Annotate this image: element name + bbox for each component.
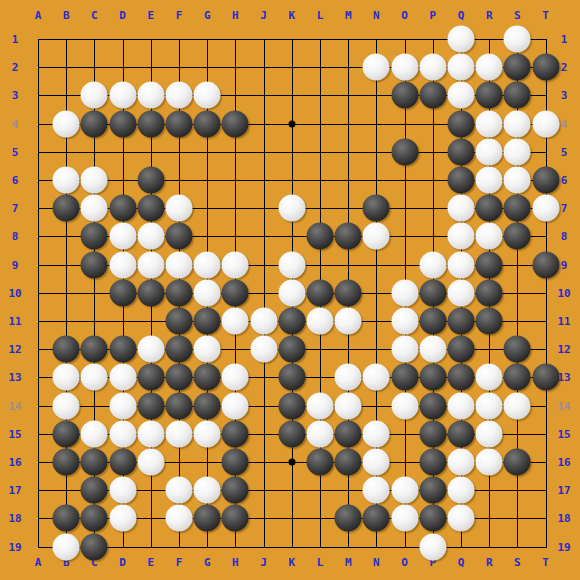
black-stone-T9[interactable] xyxy=(532,251,559,278)
white-stone-O11[interactable] xyxy=(391,308,418,335)
black-stone-C18[interactable] xyxy=(81,505,108,532)
white-stone-F17[interactable] xyxy=(166,477,193,504)
white-stone-R5[interactable] xyxy=(476,138,503,165)
black-stone-K14[interactable] xyxy=(278,392,305,419)
white-stone-E3[interactable] xyxy=(137,82,164,109)
coord-label-row-right: 9 xyxy=(561,259,568,270)
coord-label-row-right: 3 xyxy=(561,90,568,101)
black-stone-B12[interactable] xyxy=(53,336,80,363)
grid-vline xyxy=(264,39,265,548)
coord-label-row-right: 11 xyxy=(557,316,570,327)
white-stone-Q1[interactable] xyxy=(448,26,475,53)
black-stone-F8[interactable] xyxy=(166,223,193,250)
black-stone-G13[interactable] xyxy=(194,364,221,391)
white-stone-G10[interactable] xyxy=(194,279,221,306)
white-stone-E15[interactable] xyxy=(137,420,164,447)
coord-label-col-bottom: O xyxy=(401,557,408,568)
black-stone-L10[interactable] xyxy=(307,279,334,306)
black-stone-K12[interactable] xyxy=(278,336,305,363)
black-stone-M10[interactable] xyxy=(335,279,362,306)
coord-label-row-right: 17 xyxy=(557,485,570,496)
black-stone-C17[interactable] xyxy=(81,477,108,504)
coord-label-row-left: 10 xyxy=(8,287,21,298)
white-stone-O14[interactable] xyxy=(391,392,418,419)
black-stone-C12[interactable] xyxy=(81,336,108,363)
white-stone-Q17[interactable] xyxy=(448,477,475,504)
coord-label-row-right: 6 xyxy=(561,175,568,186)
black-stone-Q12[interactable] xyxy=(448,336,475,363)
black-stone-S3[interactable] xyxy=(504,82,531,109)
white-stone-T4[interactable] xyxy=(532,110,559,137)
black-stone-Q5[interactable] xyxy=(448,138,475,165)
black-stone-T6[interactable] xyxy=(532,167,559,194)
coord-label-row-right: 7 xyxy=(561,203,568,214)
coord-label-col-top: G xyxy=(204,10,211,21)
white-stone-C13[interactable] xyxy=(81,364,108,391)
coord-label-row-left: 14 xyxy=(8,400,21,411)
white-stone-D17[interactable] xyxy=(109,477,136,504)
white-stone-S5[interactable] xyxy=(504,138,531,165)
coord-label-row-right: 13 xyxy=(557,372,570,383)
white-stone-G9[interactable] xyxy=(194,251,221,278)
white-stone-N15[interactable] xyxy=(363,420,390,447)
white-stone-H11[interactable] xyxy=(222,308,249,335)
black-stone-L16[interactable] xyxy=(307,449,334,476)
black-stone-O5[interactable] xyxy=(391,138,418,165)
coord-label-row-left: 16 xyxy=(8,457,21,468)
white-stone-K9[interactable] xyxy=(278,251,305,278)
black-stone-P10[interactable] xyxy=(419,279,446,306)
coord-label-col-top: L xyxy=(317,10,324,21)
coord-label-row-left: 2 xyxy=(12,62,19,73)
white-stone-Q7[interactable] xyxy=(448,195,475,222)
coord-label-col-top: P xyxy=(429,10,436,21)
white-stone-G17[interactable] xyxy=(194,477,221,504)
coord-label-row-left: 15 xyxy=(8,428,21,439)
coord-label-row-right: 12 xyxy=(557,344,570,355)
coord-label-row-left: 3 xyxy=(12,90,19,101)
white-stone-Q9[interactable] xyxy=(448,251,475,278)
white-stone-Q3[interactable] xyxy=(448,82,475,109)
white-stone-M13[interactable] xyxy=(335,364,362,391)
white-stone-J12[interactable] xyxy=(250,336,277,363)
coord-label-row-left: 12 xyxy=(8,344,21,355)
coord-label-col-bottom: M xyxy=(345,557,352,568)
black-stone-F4[interactable] xyxy=(166,110,193,137)
black-stone-O13[interactable] xyxy=(391,364,418,391)
white-stone-R14[interactable] xyxy=(476,392,503,419)
white-stone-Q2[interactable] xyxy=(448,54,475,81)
black-stone-F11[interactable] xyxy=(166,308,193,335)
black-stone-F14[interactable] xyxy=(166,392,193,419)
black-stone-H16[interactable] xyxy=(222,449,249,476)
white-stone-C3[interactable] xyxy=(81,82,108,109)
white-stone-O12[interactable] xyxy=(391,336,418,363)
black-stone-Q15[interactable] xyxy=(448,420,475,447)
coord-label-row-left: 5 xyxy=(12,146,19,157)
black-stone-P11[interactable] xyxy=(419,308,446,335)
black-stone-P3[interactable] xyxy=(419,82,446,109)
go-board[interactable]: AABBCCDDEEFFGGHHJJKKLLMMNNOOPPQQRRSSTT11… xyxy=(0,0,580,580)
coord-label-col-top: K xyxy=(288,10,295,21)
white-stone-R4[interactable] xyxy=(476,110,503,137)
white-stone-G15[interactable] xyxy=(194,420,221,447)
white-stone-S4[interactable] xyxy=(504,110,531,137)
white-stone-D14[interactable] xyxy=(109,392,136,419)
white-stone-P19[interactable] xyxy=(419,533,446,560)
white-stone-P2[interactable] xyxy=(419,54,446,81)
coord-label-row-right: 18 xyxy=(557,513,570,524)
coord-label-col-bottom: Q xyxy=(458,557,465,568)
black-stone-K11[interactable] xyxy=(278,308,305,335)
white-stone-M11[interactable] xyxy=(335,308,362,335)
grid-vline xyxy=(38,39,39,548)
black-stone-P17[interactable] xyxy=(419,477,446,504)
black-stone-B7[interactable] xyxy=(53,195,80,222)
white-stone-L11[interactable] xyxy=(307,308,334,335)
coord-label-col-top: J xyxy=(260,10,267,21)
white-stone-N13[interactable] xyxy=(363,364,390,391)
coord-label-row-right: 5 xyxy=(561,146,568,157)
white-stone-N17[interactable] xyxy=(363,477,390,504)
coord-label-row-left: 17 xyxy=(8,485,21,496)
black-stone-M16[interactable] xyxy=(335,449,362,476)
black-stone-Q4[interactable] xyxy=(448,110,475,137)
black-stone-F10[interactable] xyxy=(166,279,193,306)
coord-label-col-top: B xyxy=(63,10,70,21)
white-stone-L15[interactable] xyxy=(307,420,334,447)
coord-label-row-left: 19 xyxy=(8,541,21,552)
black-stone-S8[interactable] xyxy=(504,223,531,250)
white-stone-B14[interactable] xyxy=(53,392,80,419)
black-stone-C8[interactable] xyxy=(81,223,108,250)
white-stone-B6[interactable] xyxy=(53,167,80,194)
black-stone-E4[interactable] xyxy=(137,110,164,137)
coord-label-col-bottom: L xyxy=(317,557,324,568)
white-stone-C7[interactable] xyxy=(81,195,108,222)
coord-label-row-right: 4 xyxy=(561,118,568,129)
black-stone-D16[interactable] xyxy=(109,449,136,476)
black-stone-P16[interactable] xyxy=(419,449,446,476)
black-stone-S7[interactable] xyxy=(504,195,531,222)
white-stone-C6[interactable] xyxy=(81,167,108,194)
white-stone-K10[interactable] xyxy=(278,279,305,306)
black-stone-E14[interactable] xyxy=(137,392,164,419)
black-stone-H10[interactable] xyxy=(222,279,249,306)
coord-label-row-right: 14 xyxy=(557,400,570,411)
white-stone-N2[interactable] xyxy=(363,54,390,81)
black-stone-O3[interactable] xyxy=(391,82,418,109)
white-stone-Q10[interactable] xyxy=(448,279,475,306)
white-stone-E12[interactable] xyxy=(137,336,164,363)
black-stone-D10[interactable] xyxy=(109,279,136,306)
black-stone-R7[interactable] xyxy=(476,195,503,222)
white-stone-G12[interactable] xyxy=(194,336,221,363)
white-stone-R15[interactable] xyxy=(476,420,503,447)
coord-label-col-top: C xyxy=(91,10,98,21)
coord-label-col-bottom: R xyxy=(486,557,493,568)
black-stone-G14[interactable] xyxy=(194,392,221,419)
coord-label-col-top: A xyxy=(35,10,42,21)
black-stone-C16[interactable] xyxy=(81,449,108,476)
black-stone-S13[interactable] xyxy=(504,364,531,391)
coord-label-col-bottom: J xyxy=(260,557,267,568)
coord-label-row-left: 18 xyxy=(8,513,21,524)
coord-label-col-bottom: E xyxy=(147,557,154,568)
coord-label-col-top: F xyxy=(176,10,183,21)
black-stone-P18[interactable] xyxy=(419,505,446,532)
coord-label-row-left: 7 xyxy=(12,203,19,214)
black-stone-H15[interactable] xyxy=(222,420,249,447)
black-stone-H17[interactable] xyxy=(222,477,249,504)
black-stone-M18[interactable] xyxy=(335,505,362,532)
black-stone-L8[interactable] xyxy=(307,223,334,250)
white-stone-C15[interactable] xyxy=(81,420,108,447)
coord-label-row-left: 9 xyxy=(12,259,19,270)
coord-label-row-right: 1 xyxy=(561,34,568,45)
black-stone-K13[interactable] xyxy=(278,364,305,391)
coord-label-col-bottom: F xyxy=(176,557,183,568)
black-stone-S12[interactable] xyxy=(504,336,531,363)
white-stone-Q14[interactable] xyxy=(448,392,475,419)
white-stone-F7[interactable] xyxy=(166,195,193,222)
white-stone-Q18[interactable] xyxy=(448,505,475,532)
white-stone-D18[interactable] xyxy=(109,505,136,532)
coord-label-row-left: 6 xyxy=(12,175,19,186)
coord-label-col-bottom: T xyxy=(542,557,549,568)
coord-label-col-top: R xyxy=(486,10,493,21)
white-stone-R8[interactable] xyxy=(476,223,503,250)
coord-label-col-bottom: D xyxy=(119,557,126,568)
coord-label-row-right: 8 xyxy=(561,231,568,242)
coord-label-row-left: 4 xyxy=(12,118,19,129)
black-stone-D7[interactable] xyxy=(109,195,136,222)
white-stone-Q8[interactable] xyxy=(448,223,475,250)
coord-label-row-right: 19 xyxy=(557,541,570,552)
coord-label-row-left: 13 xyxy=(8,372,21,383)
white-stone-G3[interactable] xyxy=(194,82,221,109)
coord-label-col-top: E xyxy=(147,10,154,21)
white-stone-F9[interactable] xyxy=(166,251,193,278)
black-stone-H4[interactable] xyxy=(222,110,249,137)
black-stone-R9[interactable] xyxy=(476,251,503,278)
white-stone-Q16[interactable] xyxy=(448,449,475,476)
coord-label-col-top: Q xyxy=(458,10,465,21)
coord-label-col-top: T xyxy=(542,10,549,21)
coord-label-col-top: H xyxy=(232,10,239,21)
white-stone-H13[interactable] xyxy=(222,364,249,391)
coord-label-col-bottom: S xyxy=(514,557,521,568)
coord-label-row-left: 1 xyxy=(12,34,19,45)
coord-label-col-bottom: K xyxy=(288,557,295,568)
white-stone-K7[interactable] xyxy=(278,195,305,222)
white-stone-O10[interactable] xyxy=(391,279,418,306)
black-stone-R3[interactable] xyxy=(476,82,503,109)
black-stone-S2[interactable] xyxy=(504,54,531,81)
white-stone-J11[interactable] xyxy=(250,308,277,335)
black-stone-M8[interactable] xyxy=(335,223,362,250)
coord-label-col-top: S xyxy=(514,10,521,21)
coord-label-col-top: M xyxy=(345,10,352,21)
coord-label-col-bottom: H xyxy=(232,557,239,568)
coord-label-row-right: 10 xyxy=(557,287,570,298)
coord-label-col-top: N xyxy=(373,10,380,21)
black-stone-E10[interactable] xyxy=(137,279,164,306)
white-stone-E9[interactable] xyxy=(137,251,164,278)
black-stone-F12[interactable] xyxy=(166,336,193,363)
black-stone-B16[interactable] xyxy=(53,449,80,476)
black-stone-R10[interactable] xyxy=(476,279,503,306)
white-stone-H14[interactable] xyxy=(222,392,249,419)
white-stone-B4[interactable] xyxy=(53,110,80,137)
white-stone-S6[interactable] xyxy=(504,167,531,194)
black-stone-P15[interactable] xyxy=(419,420,446,447)
white-stone-M14[interactable] xyxy=(335,392,362,419)
white-stone-L14[interactable] xyxy=(307,392,334,419)
black-stone-P14[interactable] xyxy=(419,392,446,419)
black-stone-D4[interactable] xyxy=(109,110,136,137)
black-stone-G11[interactable] xyxy=(194,308,221,335)
coord-label-row-left: 8 xyxy=(12,231,19,242)
white-stone-F15[interactable] xyxy=(166,420,193,447)
white-stone-D13[interactable] xyxy=(109,364,136,391)
black-stone-T2[interactable] xyxy=(532,54,559,81)
coord-label-col-top: D xyxy=(119,10,126,21)
black-stone-Q6[interactable] xyxy=(448,167,475,194)
black-stone-T13[interactable] xyxy=(532,364,559,391)
white-stone-F3[interactable] xyxy=(166,82,193,109)
white-stone-B13[interactable] xyxy=(53,364,80,391)
white-stone-H9[interactable] xyxy=(222,251,249,278)
black-stone-E6[interactable] xyxy=(137,167,164,194)
white-stone-S1[interactable] xyxy=(504,26,531,53)
white-stone-D3[interactable] xyxy=(109,82,136,109)
coord-label-col-top: O xyxy=(401,10,408,21)
coord-label-col-bottom: N xyxy=(373,557,380,568)
white-stone-D8[interactable] xyxy=(109,223,136,250)
white-stone-E16[interactable] xyxy=(137,449,164,476)
coord-label-row-right: 15 xyxy=(557,428,570,439)
black-stone-D12[interactable] xyxy=(109,336,136,363)
white-stone-R6[interactable] xyxy=(476,167,503,194)
white-stone-R13[interactable] xyxy=(476,364,503,391)
black-stone-N18[interactable] xyxy=(363,505,390,532)
black-stone-E7[interactable] xyxy=(137,195,164,222)
black-stone-Q11[interactable] xyxy=(448,308,475,335)
black-stone-R11[interactable] xyxy=(476,308,503,335)
white-stone-B19[interactable] xyxy=(53,533,80,560)
black-stone-N7[interactable] xyxy=(363,195,390,222)
black-stone-G18[interactable] xyxy=(194,505,221,532)
black-stone-S16[interactable] xyxy=(504,449,531,476)
white-stone-F18[interactable] xyxy=(166,505,193,532)
black-stone-M15[interactable] xyxy=(335,420,362,447)
white-stone-N8[interactable] xyxy=(363,223,390,250)
coord-label-col-bottom: G xyxy=(204,557,211,568)
coord-label-col-bottom: A xyxy=(35,557,42,568)
white-stone-S14[interactable] xyxy=(504,392,531,419)
black-stone-B18[interactable] xyxy=(53,505,80,532)
white-stone-D15[interactable] xyxy=(109,420,136,447)
black-stone-H18[interactable] xyxy=(222,505,249,532)
white-stone-R16[interactable] xyxy=(476,449,503,476)
white-stone-P9[interactable] xyxy=(419,251,446,278)
white-stone-O2[interactable] xyxy=(391,54,418,81)
white-stone-T7[interactable] xyxy=(532,195,559,222)
coord-label-row-right: 16 xyxy=(557,457,570,468)
white-stone-O17[interactable] xyxy=(391,477,418,504)
black-stone-E13[interactable] xyxy=(137,364,164,391)
white-stone-R2[interactable] xyxy=(476,54,503,81)
black-stone-C9[interactable] xyxy=(81,251,108,278)
black-stone-G4[interactable] xyxy=(194,110,221,137)
white-stone-N16[interactable] xyxy=(363,449,390,476)
star-point xyxy=(288,459,295,466)
black-stone-P13[interactable] xyxy=(419,364,446,391)
white-stone-O18[interactable] xyxy=(391,505,418,532)
black-stone-K15[interactable] xyxy=(278,420,305,447)
white-stone-E8[interactable] xyxy=(137,223,164,250)
black-stone-B15[interactable] xyxy=(53,420,80,447)
black-stone-Q13[interactable] xyxy=(448,364,475,391)
black-stone-C19[interactable] xyxy=(81,533,108,560)
black-stone-F13[interactable] xyxy=(166,364,193,391)
star-point xyxy=(288,120,295,127)
black-stone-C4[interactable] xyxy=(81,110,108,137)
white-stone-P12[interactable] xyxy=(419,336,446,363)
coord-label-row-right: 2 xyxy=(561,62,568,73)
coord-label-row-left: 11 xyxy=(8,316,21,327)
white-stone-D9[interactable] xyxy=(109,251,136,278)
